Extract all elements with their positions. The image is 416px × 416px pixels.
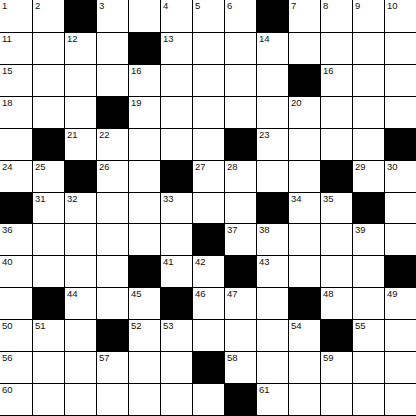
cell-r2c10[interactable]: 16 (320, 64, 352, 96)
clue-number: 34 (291, 194, 302, 204)
cell-r0c12[interactable]: 10 (384, 0, 416, 32)
cell-r6c4[interactable] (128, 192, 160, 224)
clue-number: 19 (131, 98, 142, 108)
cell-r7c12[interactable] (384, 223, 416, 255)
cell-r7c8[interactable]: 38 (256, 223, 288, 255)
black-cell-r1c4 (128, 32, 160, 64)
clue-number: 11 (2, 34, 12, 44)
clue-number: 55 (355, 321, 366, 331)
cell-r3c9[interactable]: 20 (288, 96, 320, 128)
cell-r5c9[interactable] (288, 160, 320, 192)
clue-number: 24 (2, 162, 13, 172)
clue-number: 8 (323, 1, 328, 11)
cell-r10c11[interactable]: 55 (352, 319, 384, 351)
clue-number: 51 (35, 321, 46, 331)
clue-number: 25 (35, 162, 46, 172)
cell-r11c1[interactable] (32, 351, 64, 383)
cell-r5c0[interactable]: 24 (0, 160, 32, 192)
cell-r4c2[interactable]: 21 (64, 128, 96, 160)
cell-r3c5[interactable] (160, 96, 192, 128)
cell-r7c10[interactable] (320, 223, 352, 255)
cell-r2c3[interactable] (96, 64, 128, 96)
cell-r12c2[interactable] (64, 383, 96, 415)
cell-r4c11[interactable] (352, 128, 384, 160)
clue-number: 42 (195, 257, 206, 267)
black-cell-r8c12 (384, 255, 416, 287)
cell-r2c7[interactable] (224, 64, 256, 96)
clue-number: 12 (67, 34, 78, 44)
cell-r12c3[interactable] (96, 383, 128, 415)
clue-number: 29 (355, 162, 366, 172)
black-cell-r10c3 (96, 319, 128, 351)
cell-r9c3[interactable] (96, 287, 128, 319)
clue-number: 20 (291, 98, 302, 108)
cell-r10c8[interactable] (256, 319, 288, 351)
cell-r8c6[interactable]: 42 (192, 255, 224, 287)
cell-r8c3[interactable] (96, 255, 128, 287)
cell-r4c10[interactable] (320, 128, 352, 160)
cell-r1c2[interactable]: 12 (64, 32, 96, 64)
cell-r6c7[interactable] (224, 192, 256, 224)
clue-number: 18 (2, 98, 13, 108)
cell-r4c0[interactable] (0, 128, 32, 160)
clue-number: 45 (131, 289, 142, 299)
cell-r7c0[interactable]: 36 (0, 223, 32, 255)
cell-r1c5[interactable]: 13 (160, 32, 192, 64)
cell-r7c2[interactable] (64, 223, 96, 255)
cell-r10c2[interactable] (64, 319, 96, 351)
cell-r12c1[interactable] (32, 383, 64, 415)
clue-number: 40 (2, 257, 13, 267)
clue-number: 28 (227, 162, 238, 172)
cell-r6c9[interactable]: 34 (288, 192, 320, 224)
cell-r8c11[interactable] (352, 255, 384, 287)
clue-number: 5 (195, 1, 200, 11)
cell-r9c6[interactable]: 46 (192, 287, 224, 319)
cell-r7c7[interactable]: 37 (224, 223, 256, 255)
cell-r6c10[interactable]: 35 (320, 192, 352, 224)
cell-r1c6[interactable] (192, 32, 224, 64)
black-cell-r10c10 (320, 319, 352, 351)
cell-r10c4[interactable]: 52 (128, 319, 160, 351)
cell-r1c8[interactable]: 14 (256, 32, 288, 64)
cell-r12c10[interactable] (320, 383, 352, 415)
clue-number: 22 (99, 130, 110, 140)
clue-number: 3 (99, 1, 104, 11)
cell-r1c9[interactable] (288, 32, 320, 64)
cell-r4c4[interactable] (128, 128, 160, 160)
cell-r5c3[interactable]: 26 (96, 160, 128, 192)
cell-r3c4[interactable]: 19 (128, 96, 160, 128)
cell-r2c11[interactable] (352, 64, 384, 96)
black-cell-r9c5 (160, 287, 192, 319)
clue-number: 43 (259, 257, 270, 267)
cell-r10c9[interactable]: 54 (288, 319, 320, 351)
cell-r1c1[interactable] (32, 32, 64, 64)
clue-number: 6 (227, 1, 232, 11)
black-cell-r4c1 (32, 128, 64, 160)
cell-r7c9[interactable] (288, 223, 320, 255)
black-cell-r6c0 (0, 192, 32, 224)
cell-r8c1[interactable] (32, 255, 64, 287)
clue-number: 61 (259, 385, 270, 395)
cell-r12c4[interactable] (128, 383, 160, 415)
clue-number: 14 (259, 34, 270, 44)
cell-r11c4[interactable] (128, 351, 160, 383)
cell-r10c0[interactable]: 50 (0, 319, 32, 351)
cell-r1c12[interactable] (384, 32, 416, 64)
cell-r10c1[interactable]: 51 (32, 319, 64, 351)
black-cell-r5c10 (320, 160, 352, 192)
black-cell-r3c3 (96, 96, 128, 128)
cell-r12c9[interactable] (288, 383, 320, 415)
cell-r8c10[interactable] (320, 255, 352, 287)
clue-number: 23 (259, 130, 270, 140)
clue-number: 15 (2, 66, 13, 76)
cell-r3c11[interactable] (352, 96, 384, 128)
cell-r5c1[interactable]: 25 (32, 160, 64, 192)
black-cell-r9c1 (32, 287, 64, 319)
cell-r3c1[interactable] (32, 96, 64, 128)
cell-r10c5[interactable]: 53 (160, 319, 192, 351)
cell-r0c6[interactable]: 5 (192, 0, 224, 32)
clue-number: 50 (2, 321, 13, 331)
cell-r1c11[interactable] (352, 32, 384, 64)
cell-r2c5[interactable] (160, 64, 192, 96)
cell-r7c11[interactable]: 39 (352, 223, 384, 255)
clue-number: 35 (323, 194, 334, 204)
cell-r5c8[interactable] (256, 160, 288, 192)
cell-r6c5[interactable]: 33 (160, 192, 192, 224)
black-cell-r5c5 (160, 160, 192, 192)
cell-r6c2[interactable]: 32 (64, 192, 96, 224)
clue-number: 10 (387, 1, 398, 11)
clue-number: 30 (387, 162, 398, 172)
cell-r11c5[interactable] (160, 351, 192, 383)
clue-number: 21 (67, 130, 78, 140)
cell-r4c9[interactable] (288, 128, 320, 160)
cell-r2c6[interactable] (192, 64, 224, 96)
cell-r3c10[interactable] (320, 96, 352, 128)
cell-r12c5[interactable] (160, 383, 192, 415)
cell-r11c3[interactable]: 57 (96, 351, 128, 383)
cell-r1c7[interactable] (224, 32, 256, 64)
cell-r9c0[interactable] (0, 287, 32, 319)
cell-r4c8[interactable]: 23 (256, 128, 288, 160)
cell-r5c12[interactable]: 30 (384, 160, 416, 192)
clue-number: 58 (227, 353, 238, 363)
cell-r9c7[interactable]: 47 (224, 287, 256, 319)
cell-r11c7[interactable]: 58 (224, 351, 256, 383)
cell-r9c11[interactable] (352, 287, 384, 319)
black-cell-r0c2 (64, 0, 96, 32)
black-cell-r0c8 (256, 0, 288, 32)
cell-r6c3[interactable] (96, 192, 128, 224)
cell-r2c2[interactable] (64, 64, 96, 96)
clue-number: 56 (2, 353, 13, 363)
clue-number: 44 (67, 289, 78, 299)
cell-r0c0[interactable]: 1 (0, 0, 32, 32)
cell-r5c7[interactable]: 28 (224, 160, 256, 192)
clue-number: 53 (163, 321, 174, 331)
cell-r2c1[interactable] (32, 64, 64, 96)
clue-number: 31 (35, 194, 46, 204)
cell-r1c3[interactable] (96, 32, 128, 64)
clue-number: 36 (2, 225, 13, 235)
clue-number: 38 (259, 225, 270, 235)
cell-r3c6[interactable] (192, 96, 224, 128)
cell-r3c0[interactable]: 18 (0, 96, 32, 128)
clue-number: 1 (2, 1, 7, 11)
cell-r2c0[interactable]: 15 (0, 64, 32, 96)
clue-number: 60 (2, 385, 13, 395)
cell-r0c11[interactable]: 9 (352, 0, 384, 32)
cell-r4c5[interactable] (160, 128, 192, 160)
cell-r3c2[interactable] (64, 96, 96, 128)
cell-r11c2[interactable] (64, 351, 96, 383)
black-cell-r4c12 (384, 128, 416, 160)
black-cell-r2c9 (288, 64, 320, 96)
clue-number: 46 (195, 289, 206, 299)
cell-r0c1[interactable]: 2 (32, 0, 64, 32)
cell-r12c11[interactable] (352, 383, 384, 415)
cell-r0c4[interactable] (128, 0, 160, 32)
cell-r3c7[interactable] (224, 96, 256, 128)
cell-r9c10[interactable]: 48 (320, 287, 352, 319)
clue-number: 33 (163, 194, 174, 204)
cell-r6c12[interactable] (384, 192, 416, 224)
cell-r1c10[interactable] (320, 32, 352, 64)
cell-r6c1[interactable]: 31 (32, 192, 64, 224)
black-cell-r11c6 (192, 351, 224, 383)
clue-number: 27 (195, 162, 206, 172)
clue-number: 52 (131, 321, 142, 331)
clue-number: 47 (227, 289, 238, 299)
black-cell-r5c2 (64, 160, 96, 192)
clue-number: 13 (163, 34, 174, 44)
cell-r7c4[interactable] (128, 223, 160, 255)
cell-r1c0[interactable]: 11 (0, 32, 32, 64)
cell-r2c4[interactable]: 16 (128, 64, 160, 96)
cell-r10c7[interactable] (224, 319, 256, 351)
cell-r12c8[interactable]: 61 (256, 383, 288, 415)
cell-r5c4[interactable] (128, 160, 160, 192)
cell-r12c6[interactable] (192, 383, 224, 415)
cell-r3c8[interactable] (256, 96, 288, 128)
cell-r9c12[interactable]: 49 (384, 287, 416, 319)
cell-r8c0[interactable]: 40 (0, 255, 32, 287)
cell-r5c11[interactable]: 29 (352, 160, 384, 192)
clue-number: 54 (291, 321, 302, 331)
clue-number: 41 (163, 257, 174, 267)
crossword-board: 1234567891011121314151616181920212223242… (0, 0, 416, 416)
cell-r10c12[interactable] (384, 319, 416, 351)
cell-r5c6[interactable]: 27 (192, 160, 224, 192)
cell-r9c4[interactable]: 45 (128, 287, 160, 319)
black-cell-r9c9 (288, 287, 320, 319)
cell-r4c3[interactable]: 22 (96, 128, 128, 160)
cell-r11c11[interactable] (352, 351, 384, 383)
clue-number: 2 (35, 1, 40, 11)
cell-r7c5[interactable] (160, 223, 192, 255)
black-cell-r7c6 (192, 223, 224, 255)
cell-r8c2[interactable] (64, 255, 96, 287)
clue-number: 26 (99, 162, 110, 172)
cell-r9c2[interactable]: 44 (64, 287, 96, 319)
clue-number: 57 (99, 353, 110, 363)
cell-r0c7[interactable]: 6 (224, 0, 256, 32)
cell-r8c8[interactable]: 43 (256, 255, 288, 287)
cell-r10c6[interactable] (192, 319, 224, 351)
clue-number: 16 (131, 66, 142, 76)
cell-r0c3[interactable]: 3 (96, 0, 128, 32)
clue-number: 48 (323, 289, 334, 299)
black-cell-r6c8 (256, 192, 288, 224)
cell-r8c5[interactable]: 41 (160, 255, 192, 287)
cell-r4c6[interactable] (192, 128, 224, 160)
cell-r12c12[interactable] (384, 383, 416, 415)
clue-number: 37 (227, 225, 238, 235)
cell-r8c9[interactable] (288, 255, 320, 287)
cell-r11c10[interactable]: 59 (320, 351, 352, 383)
cell-r6c6[interactable] (192, 192, 224, 224)
cell-r11c0[interactable]: 56 (0, 351, 32, 383)
cell-r3c12[interactable] (384, 96, 416, 128)
cell-r7c3[interactable] (96, 223, 128, 255)
clue-number: 32 (67, 194, 78, 204)
black-cell-r8c7 (224, 255, 256, 287)
clue-number: 4 (163, 1, 168, 11)
clue-number: 49 (387, 289, 398, 299)
cell-r12c0[interactable]: 60 (0, 383, 32, 415)
clue-number: 16 (323, 66, 334, 76)
clue-number: 59 (323, 353, 334, 363)
cell-r11c8[interactable] (256, 351, 288, 383)
cell-r0c9[interactable]: 7 (288, 0, 320, 32)
cell-r7c1[interactable] (32, 223, 64, 255)
black-cell-r6c11 (352, 192, 384, 224)
cell-r11c9[interactable] (288, 351, 320, 383)
cell-r0c10[interactable]: 8 (320, 0, 352, 32)
clue-number: 9 (355, 1, 360, 11)
black-cell-r8c4 (128, 255, 160, 287)
cell-r0c5[interactable]: 4 (160, 0, 192, 32)
black-cell-r4c7 (224, 128, 256, 160)
clue-number: 39 (355, 225, 366, 235)
cell-r11c12[interactable] (384, 351, 416, 383)
cell-r2c8[interactable] (256, 64, 288, 96)
black-cell-r12c7 (224, 383, 256, 415)
cell-r2c12[interactable] (384, 64, 416, 96)
clue-number: 7 (291, 1, 296, 11)
cell-r9c8[interactable] (256, 287, 288, 319)
